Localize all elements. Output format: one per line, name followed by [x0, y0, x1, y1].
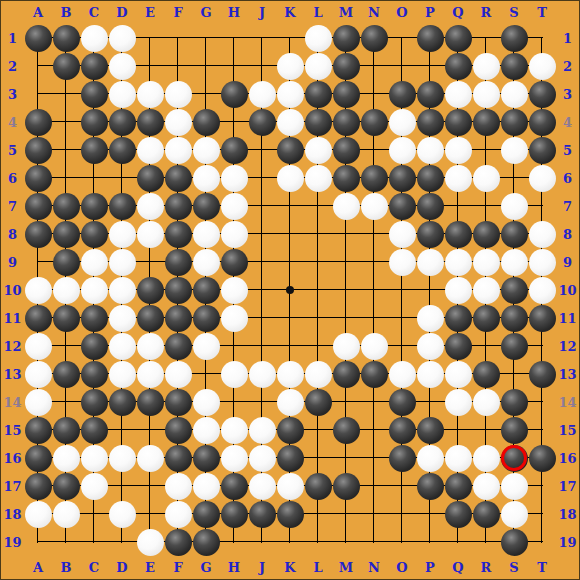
cell-H8[interactable] [220, 220, 248, 248]
cell-F17[interactable] [164, 472, 192, 500]
cell-B7[interactable] [52, 192, 80, 220]
cell-G16[interactable] [192, 444, 220, 472]
cell-T1[interactable] [528, 24, 556, 52]
cell-A4[interactable] [24, 108, 52, 136]
cell-D6[interactable] [108, 164, 136, 192]
cell-O19[interactable] [388, 528, 416, 556]
cell-R13[interactable] [472, 360, 500, 388]
cell-T8[interactable] [528, 220, 556, 248]
cell-F13[interactable] [164, 360, 192, 388]
cell-S5[interactable] [500, 136, 528, 164]
cell-C8[interactable] [80, 220, 108, 248]
cell-G1[interactable] [192, 24, 220, 52]
cell-J10[interactable] [248, 276, 276, 304]
cell-C6[interactable] [80, 164, 108, 192]
cell-S4[interactable] [500, 108, 528, 136]
cell-D18[interactable] [108, 500, 136, 528]
cell-H18[interactable] [220, 500, 248, 528]
cell-P7[interactable] [416, 192, 444, 220]
cell-F18[interactable] [164, 500, 192, 528]
cell-A8[interactable] [24, 220, 52, 248]
cell-N4[interactable] [360, 108, 388, 136]
cell-A19[interactable] [24, 528, 52, 556]
cell-K11[interactable] [276, 304, 304, 332]
cell-C19[interactable] [80, 528, 108, 556]
cell-Q16[interactable] [444, 444, 472, 472]
cell-R3[interactable] [472, 80, 500, 108]
cell-P1[interactable] [416, 24, 444, 52]
cell-K14[interactable] [276, 388, 304, 416]
cell-G17[interactable] [192, 472, 220, 500]
cell-J3[interactable] [248, 80, 276, 108]
cell-M8[interactable] [332, 220, 360, 248]
cell-Q12[interactable] [444, 332, 472, 360]
cell-T13[interactable] [528, 360, 556, 388]
cell-L7[interactable] [304, 192, 332, 220]
cell-F15[interactable] [164, 416, 192, 444]
cell-K13[interactable] [276, 360, 304, 388]
cell-F12[interactable] [164, 332, 192, 360]
cell-P12[interactable] [416, 332, 444, 360]
cell-R1[interactable] [472, 24, 500, 52]
cell-Q19[interactable] [444, 528, 472, 556]
cell-D10[interactable] [108, 276, 136, 304]
cell-N7[interactable] [360, 192, 388, 220]
cell-E2[interactable] [136, 52, 164, 80]
cell-R17[interactable] [472, 472, 500, 500]
cell-F10[interactable] [164, 276, 192, 304]
cell-H3[interactable] [220, 80, 248, 108]
cell-M13[interactable] [332, 360, 360, 388]
cell-D19[interactable] [108, 528, 136, 556]
cell-P10[interactable] [416, 276, 444, 304]
cell-Q8[interactable] [444, 220, 472, 248]
cell-Q15[interactable] [444, 416, 472, 444]
cell-E6[interactable] [136, 164, 164, 192]
cell-M15[interactable] [332, 416, 360, 444]
cell-O3[interactable] [388, 80, 416, 108]
cell-O9[interactable] [388, 248, 416, 276]
cell-P3[interactable] [416, 80, 444, 108]
cell-J9[interactable] [248, 248, 276, 276]
cell-C2[interactable] [80, 52, 108, 80]
cell-D9[interactable] [108, 248, 136, 276]
cell-B14[interactable] [52, 388, 80, 416]
cell-L14[interactable] [304, 388, 332, 416]
cell-T2[interactable] [528, 52, 556, 80]
cell-K1[interactable] [276, 24, 304, 52]
cell-O17[interactable] [388, 472, 416, 500]
cell-G9[interactable] [192, 248, 220, 276]
cell-N5[interactable] [360, 136, 388, 164]
cell-Q5[interactable] [444, 136, 472, 164]
cell-E17[interactable] [136, 472, 164, 500]
cell-Q7[interactable] [444, 192, 472, 220]
cell-M11[interactable] [332, 304, 360, 332]
cell-H2[interactable] [220, 52, 248, 80]
cell-Q18[interactable] [444, 500, 472, 528]
cell-M7[interactable] [332, 192, 360, 220]
cell-T3[interactable] [528, 80, 556, 108]
cell-G4[interactable] [192, 108, 220, 136]
cell-T7[interactable] [528, 192, 556, 220]
cell-F14[interactable] [164, 388, 192, 416]
cell-M16[interactable] [332, 444, 360, 472]
cell-S12[interactable] [500, 332, 528, 360]
cell-G5[interactable] [192, 136, 220, 164]
cell-S18[interactable] [500, 500, 528, 528]
cell-P6[interactable] [416, 164, 444, 192]
cell-S1[interactable] [500, 24, 528, 52]
cell-C9[interactable] [80, 248, 108, 276]
cell-O13[interactable] [388, 360, 416, 388]
cell-H16[interactable] [220, 444, 248, 472]
cell-O14[interactable] [388, 388, 416, 416]
cell-N17[interactable] [360, 472, 388, 500]
cell-D16[interactable] [108, 444, 136, 472]
cell-L5[interactable] [304, 136, 332, 164]
cell-K7[interactable] [276, 192, 304, 220]
cell-J13[interactable] [248, 360, 276, 388]
cell-K17[interactable] [276, 472, 304, 500]
cell-S8[interactable] [500, 220, 528, 248]
cell-M9[interactable] [332, 248, 360, 276]
cell-S3[interactable] [500, 80, 528, 108]
cell-S16[interactable] [500, 444, 528, 472]
cell-H7[interactable] [220, 192, 248, 220]
cell-N19[interactable] [360, 528, 388, 556]
cell-P8[interactable] [416, 220, 444, 248]
cell-S15[interactable] [500, 416, 528, 444]
cell-M17[interactable] [332, 472, 360, 500]
cell-H19[interactable] [220, 528, 248, 556]
cell-H5[interactable] [220, 136, 248, 164]
cell-A10[interactable] [24, 276, 52, 304]
cell-G19[interactable] [192, 528, 220, 556]
cell-E11[interactable] [136, 304, 164, 332]
cell-G6[interactable] [192, 164, 220, 192]
cell-N9[interactable] [360, 248, 388, 276]
cell-M5[interactable] [332, 136, 360, 164]
cell-J19[interactable] [248, 528, 276, 556]
cell-Q6[interactable] [444, 164, 472, 192]
cell-E15[interactable] [136, 416, 164, 444]
cell-P16[interactable] [416, 444, 444, 472]
cell-M19[interactable] [332, 528, 360, 556]
cell-N18[interactable] [360, 500, 388, 528]
cell-Q11[interactable] [444, 304, 472, 332]
cell-E14[interactable] [136, 388, 164, 416]
cell-L9[interactable] [304, 248, 332, 276]
cell-N10[interactable] [360, 276, 388, 304]
cell-K15[interactable] [276, 416, 304, 444]
cell-T5[interactable] [528, 136, 556, 164]
cell-N14[interactable] [360, 388, 388, 416]
cell-L2[interactable] [304, 52, 332, 80]
cell-J1[interactable] [248, 24, 276, 52]
cell-Q9[interactable] [444, 248, 472, 276]
cell-L11[interactable] [304, 304, 332, 332]
cell-L16[interactable] [304, 444, 332, 472]
cell-K6[interactable] [276, 164, 304, 192]
cell-F2[interactable] [164, 52, 192, 80]
cell-M1[interactable] [332, 24, 360, 52]
cell-E9[interactable] [136, 248, 164, 276]
cell-K5[interactable] [276, 136, 304, 164]
cell-T17[interactable] [528, 472, 556, 500]
cell-M4[interactable] [332, 108, 360, 136]
cell-H15[interactable] [220, 416, 248, 444]
cell-Q4[interactable] [444, 108, 472, 136]
cell-C14[interactable] [80, 388, 108, 416]
cell-C7[interactable] [80, 192, 108, 220]
cell-J5[interactable] [248, 136, 276, 164]
cell-E1[interactable] [136, 24, 164, 52]
cell-K19[interactable] [276, 528, 304, 556]
cell-L10[interactable] [304, 276, 332, 304]
cell-M18[interactable] [332, 500, 360, 528]
cell-Q17[interactable] [444, 472, 472, 500]
cell-S19[interactable] [500, 528, 528, 556]
cell-J2[interactable] [248, 52, 276, 80]
cell-O11[interactable] [388, 304, 416, 332]
cell-A18[interactable] [24, 500, 52, 528]
cell-G13[interactable] [192, 360, 220, 388]
cell-O4[interactable] [388, 108, 416, 136]
cell-B9[interactable] [52, 248, 80, 276]
cell-L4[interactable] [304, 108, 332, 136]
cell-A9[interactable] [24, 248, 52, 276]
cell-S11[interactable] [500, 304, 528, 332]
cell-M14[interactable] [332, 388, 360, 416]
cell-S13[interactable] [500, 360, 528, 388]
cell-L3[interactable] [304, 80, 332, 108]
cell-A7[interactable] [24, 192, 52, 220]
cell-O8[interactable] [388, 220, 416, 248]
cell-S10[interactable] [500, 276, 528, 304]
cell-S2[interactable] [500, 52, 528, 80]
cell-A14[interactable] [24, 388, 52, 416]
cell-K10[interactable] [276, 276, 304, 304]
cell-T15[interactable] [528, 416, 556, 444]
cell-R18[interactable] [472, 500, 500, 528]
cell-P17[interactable] [416, 472, 444, 500]
cell-B18[interactable] [52, 500, 80, 528]
cell-A6[interactable] [24, 164, 52, 192]
cell-J12[interactable] [248, 332, 276, 360]
cell-G10[interactable] [192, 276, 220, 304]
cell-L1[interactable] [304, 24, 332, 52]
cell-Q1[interactable] [444, 24, 472, 52]
cell-P18[interactable] [416, 500, 444, 528]
cell-P13[interactable] [416, 360, 444, 388]
cell-G12[interactable] [192, 332, 220, 360]
cell-T6[interactable] [528, 164, 556, 192]
cell-K3[interactable] [276, 80, 304, 108]
cell-L18[interactable] [304, 500, 332, 528]
cell-R4[interactable] [472, 108, 500, 136]
cell-H14[interactable] [220, 388, 248, 416]
cell-M10[interactable] [332, 276, 360, 304]
cell-R7[interactable] [472, 192, 500, 220]
cell-B16[interactable] [52, 444, 80, 472]
cell-O2[interactable] [388, 52, 416, 80]
cell-Q2[interactable] [444, 52, 472, 80]
cell-N6[interactable] [360, 164, 388, 192]
cell-J18[interactable] [248, 500, 276, 528]
cell-F8[interactable] [164, 220, 192, 248]
cell-H13[interactable] [220, 360, 248, 388]
cell-C16[interactable] [80, 444, 108, 472]
cell-R16[interactable] [472, 444, 500, 472]
cell-R10[interactable] [472, 276, 500, 304]
cell-E12[interactable] [136, 332, 164, 360]
cell-D15[interactable] [108, 416, 136, 444]
cell-B13[interactable] [52, 360, 80, 388]
cell-P11[interactable] [416, 304, 444, 332]
cell-E8[interactable] [136, 220, 164, 248]
cell-D8[interactable] [108, 220, 136, 248]
cell-D11[interactable] [108, 304, 136, 332]
cell-O18[interactable] [388, 500, 416, 528]
cell-N1[interactable] [360, 24, 388, 52]
cell-J8[interactable] [248, 220, 276, 248]
cell-B6[interactable] [52, 164, 80, 192]
cell-A3[interactable] [24, 80, 52, 108]
cell-G7[interactable] [192, 192, 220, 220]
cell-H1[interactable] [220, 24, 248, 52]
cell-P19[interactable] [416, 528, 444, 556]
cell-C3[interactable] [80, 80, 108, 108]
cell-L15[interactable] [304, 416, 332, 444]
cell-G8[interactable] [192, 220, 220, 248]
cell-P14[interactable] [416, 388, 444, 416]
cell-B19[interactable] [52, 528, 80, 556]
cell-B4[interactable] [52, 108, 80, 136]
cell-J7[interactable] [248, 192, 276, 220]
cell-O7[interactable] [388, 192, 416, 220]
cell-J15[interactable] [248, 416, 276, 444]
cell-R14[interactable] [472, 388, 500, 416]
cell-D14[interactable] [108, 388, 136, 416]
cell-Q3[interactable] [444, 80, 472, 108]
cell-S9[interactable] [500, 248, 528, 276]
cell-B1[interactable] [52, 24, 80, 52]
cell-K2[interactable] [276, 52, 304, 80]
cell-O15[interactable] [388, 416, 416, 444]
cell-E4[interactable] [136, 108, 164, 136]
cell-B11[interactable] [52, 304, 80, 332]
cell-F5[interactable] [164, 136, 192, 164]
cell-C1[interactable] [80, 24, 108, 52]
cell-T10[interactable] [528, 276, 556, 304]
cell-H17[interactable] [220, 472, 248, 500]
cell-F4[interactable] [164, 108, 192, 136]
cell-T9[interactable] [528, 248, 556, 276]
cell-E10[interactable] [136, 276, 164, 304]
cell-N3[interactable] [360, 80, 388, 108]
cell-J16[interactable] [248, 444, 276, 472]
cell-B2[interactable] [52, 52, 80, 80]
cell-F11[interactable] [164, 304, 192, 332]
cell-R8[interactable] [472, 220, 500, 248]
cell-D12[interactable] [108, 332, 136, 360]
cell-C4[interactable] [80, 108, 108, 136]
cell-B10[interactable] [52, 276, 80, 304]
cell-D1[interactable] [108, 24, 136, 52]
cell-H6[interactable] [220, 164, 248, 192]
cell-B17[interactable] [52, 472, 80, 500]
cell-M2[interactable] [332, 52, 360, 80]
cell-H11[interactable] [220, 304, 248, 332]
cell-H10[interactable] [220, 276, 248, 304]
cell-T4[interactable] [528, 108, 556, 136]
cell-R6[interactable] [472, 164, 500, 192]
cell-L12[interactable] [304, 332, 332, 360]
cell-K8[interactable] [276, 220, 304, 248]
cell-K9[interactable] [276, 248, 304, 276]
cell-K18[interactable] [276, 500, 304, 528]
cell-T12[interactable] [528, 332, 556, 360]
cell-H9[interactable] [220, 248, 248, 276]
cell-E18[interactable] [136, 500, 164, 528]
cell-T16[interactable] [528, 444, 556, 472]
cell-J11[interactable] [248, 304, 276, 332]
cell-C15[interactable] [80, 416, 108, 444]
cell-G11[interactable] [192, 304, 220, 332]
cell-A1[interactable] [24, 24, 52, 52]
cell-L19[interactable] [304, 528, 332, 556]
cell-J14[interactable] [248, 388, 276, 416]
cell-B12[interactable] [52, 332, 80, 360]
cell-G3[interactable] [192, 80, 220, 108]
cell-S17[interactable] [500, 472, 528, 500]
cell-F19[interactable] [164, 528, 192, 556]
cell-B15[interactable] [52, 416, 80, 444]
cell-P5[interactable] [416, 136, 444, 164]
cell-O6[interactable] [388, 164, 416, 192]
cell-O10[interactable] [388, 276, 416, 304]
cell-S7[interactable] [500, 192, 528, 220]
cell-G18[interactable] [192, 500, 220, 528]
cell-C5[interactable] [80, 136, 108, 164]
cell-F7[interactable] [164, 192, 192, 220]
cell-K12[interactable] [276, 332, 304, 360]
cell-A11[interactable] [24, 304, 52, 332]
cell-A12[interactable] [24, 332, 52, 360]
cell-D7[interactable] [108, 192, 136, 220]
cell-K16[interactable] [276, 444, 304, 472]
cell-F16[interactable] [164, 444, 192, 472]
cell-Q14[interactable] [444, 388, 472, 416]
cell-E7[interactable] [136, 192, 164, 220]
cell-G2[interactable] [192, 52, 220, 80]
cell-R19[interactable] [472, 528, 500, 556]
cell-H4[interactable] [220, 108, 248, 136]
cell-N15[interactable] [360, 416, 388, 444]
cell-M3[interactable] [332, 80, 360, 108]
cell-R5[interactable] [472, 136, 500, 164]
cell-J6[interactable] [248, 164, 276, 192]
cell-T14[interactable] [528, 388, 556, 416]
cell-L17[interactable] [304, 472, 332, 500]
cell-L6[interactable] [304, 164, 332, 192]
cell-D4[interactable] [108, 108, 136, 136]
cell-B3[interactable] [52, 80, 80, 108]
cell-C10[interactable] [80, 276, 108, 304]
cell-P15[interactable] [416, 416, 444, 444]
cell-R12[interactable] [472, 332, 500, 360]
